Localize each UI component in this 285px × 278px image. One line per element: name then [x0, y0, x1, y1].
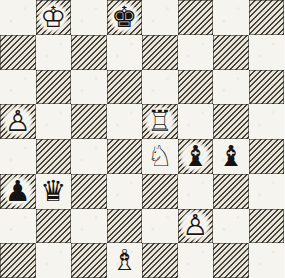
square-g6 — [213, 70, 249, 105]
square-b7 — [36, 35, 72, 70]
square-d6 — [107, 70, 143, 105]
square-g8 — [213, 0, 249, 35]
square-e6 — [142, 70, 178, 105]
square-d7 — [107, 35, 143, 70]
square-a1 — [0, 243, 36, 278]
chess-board: ♔♚♙♖♘♝♝♟♛♙♗ — [0, 0, 284, 278]
black-pawn-a3: ♟ — [3, 176, 33, 207]
square-h5 — [249, 104, 285, 139]
square-h3 — [249, 174, 285, 209]
square-c6 — [71, 70, 107, 105]
square-c5 — [71, 104, 107, 139]
square-b6 — [36, 70, 72, 105]
square-f6 — [178, 70, 214, 105]
square-c3 — [71, 174, 107, 209]
square-a4 — [0, 139, 36, 174]
square-b3: ♛ — [36, 174, 72, 209]
square-a5: ♙ — [0, 104, 36, 139]
square-d5 — [107, 104, 143, 139]
square-a8 — [0, 0, 36, 35]
square-g2 — [213, 209, 249, 244]
square-a2 — [0, 209, 36, 244]
square-c7 — [71, 35, 107, 70]
square-e3 — [142, 174, 178, 209]
square-g1 — [213, 243, 249, 278]
square-f2: ♙ — [178, 209, 214, 244]
square-a6 — [0, 70, 36, 105]
newspaper-chess-diagram: ♔♚♙♖♘♝♝♟♛♙♗ — [0, 0, 284, 278]
black-bishop-f4: ♝ — [180, 141, 210, 172]
square-b8: ♔ — [36, 0, 72, 35]
square-e7 — [142, 35, 178, 70]
square-e5: ♖ — [142, 104, 178, 139]
square-b5 — [36, 104, 72, 139]
black-king-d8: ♚ — [109, 2, 139, 33]
square-h4 — [249, 139, 285, 174]
square-g5 — [213, 104, 249, 139]
square-b2 — [36, 209, 72, 244]
square-h1 — [249, 243, 285, 278]
square-f7 — [178, 35, 214, 70]
square-c8 — [71, 0, 107, 35]
white-king-b8: ♔ — [38, 2, 68, 33]
square-h7 — [249, 35, 285, 70]
square-c2 — [71, 209, 107, 244]
square-g7 — [213, 35, 249, 70]
white-pawn-f2: ♙ — [180, 210, 210, 241]
white-rook-e5: ♖ — [145, 106, 175, 137]
square-d1: ♗ — [107, 243, 143, 278]
black-queen-b3: ♛ — [38, 176, 68, 207]
square-f3 — [178, 174, 214, 209]
square-e8 — [142, 0, 178, 35]
square-b1 — [36, 243, 72, 278]
square-e1 — [142, 243, 178, 278]
white-pawn-a5: ♙ — [3, 106, 33, 137]
square-e2 — [142, 209, 178, 244]
white-bishop-d1: ♗ — [109, 245, 139, 276]
square-f1 — [178, 243, 214, 278]
square-c4 — [71, 139, 107, 174]
square-g3 — [213, 174, 249, 209]
square-f4: ♝ — [178, 139, 214, 174]
black-bishop-g4: ♝ — [216, 141, 246, 172]
square-c1 — [71, 243, 107, 278]
square-a7 — [0, 35, 36, 70]
square-h8 — [249, 0, 285, 35]
square-d3 — [107, 174, 143, 209]
square-a3: ♟ — [0, 174, 36, 209]
square-e4: ♘ — [142, 139, 178, 174]
square-h6 — [249, 70, 285, 105]
square-f8 — [178, 0, 214, 35]
white-knight-e4: ♘ — [145, 141, 175, 172]
square-d8: ♚ — [107, 0, 143, 35]
square-g4: ♝ — [213, 139, 249, 174]
square-d4 — [107, 139, 143, 174]
square-d2 — [107, 209, 143, 244]
square-b4 — [36, 139, 72, 174]
square-h2 — [249, 209, 285, 244]
square-f5 — [178, 104, 214, 139]
